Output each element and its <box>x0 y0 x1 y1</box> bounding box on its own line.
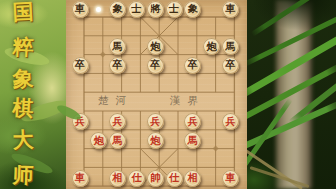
piece-black-advisor[interactable]: 士 <box>128 1 145 18</box>
piece-red-elephant[interactable]: 相 <box>109 170 126 187</box>
piece-red-general[interactable]: 帥 <box>147 170 164 187</box>
piece-red-chariot[interactable]: 車 <box>72 170 89 187</box>
piece-black-soldier[interactable]: 卒 <box>72 57 89 74</box>
piece-black-elephant[interactable]: 象 <box>184 1 201 18</box>
piece-black-elephant[interactable]: 象 <box>109 1 126 18</box>
piece-black-soldier[interactable]: 卒 <box>222 57 239 74</box>
river-label-chu-he: 楚河 <box>91 94 133 108</box>
foliage-right <box>244 0 336 189</box>
piece-black-advisor[interactable]: 士 <box>166 1 183 18</box>
piece-red-cannon[interactable]: 炮 <box>147 132 164 149</box>
piece-red-advisor[interactable]: 仕 <box>166 170 183 187</box>
piece-black-chariot[interactable]: 車 <box>72 1 89 18</box>
piece-red-elephant[interactable]: 相 <box>184 170 201 187</box>
piece-red-chariot[interactable]: 車 <box>222 170 239 187</box>
scene: 国 粹 象 棋 大 师 楚河 漢界 車象士將士象車馬炮炮馬卒卒卒卒卒兵兵兵兵兵炮… <box>0 0 336 189</box>
piece-black-chariot[interactable]: 車 <box>222 1 239 18</box>
piece-black-horse[interactable]: 馬 <box>222 38 239 55</box>
point-marker <box>213 146 219 152</box>
piece-red-soldier[interactable]: 兵 <box>147 113 164 130</box>
river-label-han-jie: 漢界 <box>163 94 205 108</box>
leaf-shape <box>3 45 51 69</box>
xiangqi-board[interactable]: 楚河 漢界 車象士將士象車馬炮炮馬卒卒卒卒卒兵兵兵兵兵炮馬炮馬車相仕帥仕相車 <box>66 0 247 189</box>
last-move-marker <box>96 7 101 12</box>
piece-red-advisor[interactable]: 仕 <box>128 170 145 187</box>
point-marker <box>100 52 106 58</box>
piece-black-general[interactable]: 將 <box>147 1 164 18</box>
piece-black-cannon[interactable]: 炮 <box>147 38 164 55</box>
piece-black-soldier[interactable]: 卒 <box>109 57 126 74</box>
leaf-shape <box>10 150 55 177</box>
piece-black-soldier[interactable]: 卒 <box>147 57 164 74</box>
foliage-left <box>0 0 70 189</box>
